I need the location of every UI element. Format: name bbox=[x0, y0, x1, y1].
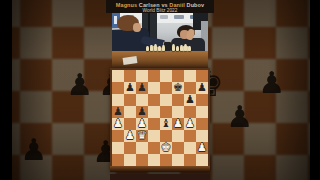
table-chess-piece bbox=[172, 44, 175, 51]
square-e4: ♝ bbox=[160, 118, 172, 130]
square-g1 bbox=[184, 154, 196, 166]
square-c1 bbox=[136, 154, 148, 166]
square-c2 bbox=[136, 142, 148, 154]
black-pawn-g6: ♟ bbox=[184, 93, 196, 106]
black-pawn-c7: ♟ bbox=[136, 81, 148, 94]
square-a8 bbox=[112, 70, 124, 82]
square-g2 bbox=[184, 142, 196, 154]
white-queen-c3: ♛ bbox=[136, 129, 148, 142]
square-b3: ♟ bbox=[124, 130, 136, 142]
video-frame[interactable]: ♟♟♚♟♟♟♟ Magnus Carlsen vs Daniil Dubov W… bbox=[0, 0, 320, 180]
square-d3 bbox=[148, 130, 160, 142]
chess-clock bbox=[164, 42, 171, 51]
square-h5 bbox=[196, 106, 208, 118]
square-h2: ♟ bbox=[196, 142, 208, 154]
white-pawn-f4: ♟ bbox=[172, 117, 184, 130]
chess-board: ♟♟♚♟♟♟♟♟♟♝♟♟♟♛♚♟ bbox=[112, 70, 208, 166]
square-e1 bbox=[160, 154, 172, 166]
black-pawn-b7: ♟ bbox=[124, 81, 136, 94]
square-g4: ♟ bbox=[184, 118, 196, 130]
black-king-f7: ♚ bbox=[172, 81, 184, 94]
white-king-e2: ♚ bbox=[160, 141, 172, 154]
square-c7: ♟ bbox=[136, 82, 148, 94]
square-d6 bbox=[148, 94, 160, 106]
square-d7 bbox=[148, 82, 160, 94]
players-photo bbox=[112, 13, 208, 68]
square-b6 bbox=[124, 94, 136, 106]
white-pawn-b3: ♟ bbox=[124, 129, 136, 142]
sponsor-logo bbox=[160, 15, 168, 19]
square-g8 bbox=[184, 70, 196, 82]
square-d8 bbox=[148, 70, 160, 82]
square-g6: ♟ bbox=[184, 94, 196, 106]
title-bar: Magnus Carlsen vs Daniil Dubov World Bli… bbox=[106, 0, 214, 13]
square-a1 bbox=[112, 154, 124, 166]
square-e6 bbox=[160, 94, 172, 106]
square-b1 bbox=[124, 154, 136, 166]
square-e8 bbox=[160, 70, 172, 82]
video-content-column: Magnus Carlsen vs Daniil Dubov World Bli… bbox=[112, 0, 208, 180]
table-chess-piece bbox=[180, 45, 183, 51]
chess-diagram: ♟♟♚♟♟♟♟♟♟♝♟♟♟♛♚♟ bbox=[110, 68, 210, 172]
table-chess-piece bbox=[184, 44, 187, 51]
player1-face bbox=[133, 23, 141, 32]
square-a7 bbox=[112, 82, 124, 94]
square-h6 bbox=[196, 94, 208, 106]
square-a2 bbox=[112, 142, 124, 154]
square-f3 bbox=[172, 130, 184, 142]
white-pawn-g4: ♟ bbox=[184, 117, 196, 130]
square-g3 bbox=[184, 130, 196, 142]
square-e7 bbox=[160, 82, 172, 94]
player1-first-name: Magnus bbox=[116, 2, 137, 8]
table-chess-piece bbox=[176, 46, 179, 51]
square-b7: ♟ bbox=[124, 82, 136, 94]
white-pawn-h2: ♟ bbox=[196, 141, 208, 154]
black-pawn-h7: ♟ bbox=[196, 81, 208, 94]
table-chess-piece bbox=[154, 44, 157, 51]
table-chess-piece bbox=[162, 45, 165, 51]
table-chess-piece bbox=[188, 46, 191, 51]
table-chess-piece bbox=[146, 46, 149, 51]
square-f2 bbox=[172, 142, 184, 154]
square-c3: ♛ bbox=[136, 130, 148, 142]
square-h1 bbox=[196, 154, 208, 166]
white-pawn-a4: ♟ bbox=[112, 117, 124, 130]
square-e2: ♚ bbox=[160, 142, 172, 154]
square-h7: ♟ bbox=[196, 82, 208, 94]
square-d4 bbox=[148, 118, 160, 130]
square-f4: ♟ bbox=[172, 118, 184, 130]
table-chess-piece bbox=[150, 45, 153, 51]
square-a4: ♟ bbox=[112, 118, 124, 130]
black-bishop-e4: ♝ bbox=[160, 117, 172, 130]
square-h4 bbox=[196, 118, 208, 130]
sponsor-logo bbox=[174, 15, 184, 19]
square-a3 bbox=[112, 130, 124, 142]
square-d5 bbox=[148, 106, 160, 118]
square-b2 bbox=[124, 142, 136, 154]
square-d2 bbox=[148, 142, 160, 154]
square-f6 bbox=[172, 94, 184, 106]
square-b5 bbox=[124, 106, 136, 118]
square-d1 bbox=[148, 154, 160, 166]
table-chess-piece bbox=[158, 46, 161, 51]
board-bottom-edge bbox=[110, 166, 210, 172]
square-f1 bbox=[172, 154, 184, 166]
player2-last-name: Dubov bbox=[187, 2, 205, 8]
below-board-shadow bbox=[110, 174, 210, 180]
square-f7: ♚ bbox=[172, 82, 184, 94]
